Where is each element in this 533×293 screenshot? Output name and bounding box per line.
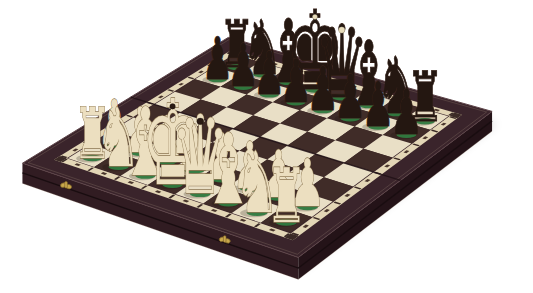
photo-stage: ♜♞♟♝♟♚♟♛♟♝♟♞♟♜♟♟♟♟♜♟♞♟♝♟♚♟♛♟♝♟♞♜ <box>0 0 533 293</box>
black-queen-finial <box>339 27 345 33</box>
svg-text:♜: ♜ <box>266 153 306 240</box>
svg-text:♟: ♟ <box>390 76 423 149</box>
chess-set-photo: ♜♞♟♝♟♚♟♛♟♝♟♞♟♜♟♟♟♟♜♟♞♟♝♟♚♟♛♟♝♟♞♜ <box>0 0 533 293</box>
piece-black-pawn: ♟ <box>390 76 423 149</box>
piece-white-rook: ♜ <box>266 153 306 240</box>
